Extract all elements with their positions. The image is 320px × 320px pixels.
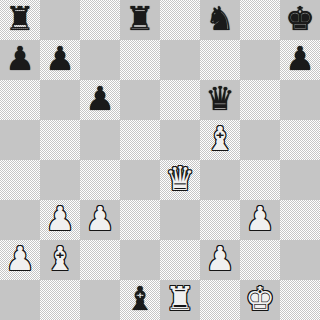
square-b5[interactable]: [40, 120, 80, 160]
black-knight-piece[interactable]: ♞: [205, 0, 235, 39]
white-pawn-piece[interactable]: ♟: [205, 240, 235, 279]
white-pawn-piece[interactable]: ♟: [245, 200, 275, 239]
white-pawn-piece[interactable]: ♟: [5, 240, 35, 279]
black-king-piece[interactable]: ♚: [285, 0, 315, 39]
square-h7[interactable]: ♟: [280, 40, 320, 80]
square-c6[interactable]: ♟: [80, 80, 120, 120]
square-f7[interactable]: [200, 40, 240, 80]
black-pawn-piece[interactable]: ♟: [285, 40, 315, 79]
square-a4[interactable]: [0, 160, 40, 200]
square-a2[interactable]: ♟: [0, 240, 40, 280]
square-e3[interactable]: [160, 200, 200, 240]
square-h4[interactable]: [280, 160, 320, 200]
square-h3[interactable]: [280, 200, 320, 240]
square-f3[interactable]: [200, 200, 240, 240]
square-b1[interactable]: [40, 280, 80, 320]
white-pawn-piece[interactable]: ♟: [45, 200, 75, 239]
square-e7[interactable]: [160, 40, 200, 80]
square-f8[interactable]: ♞: [200, 0, 240, 40]
square-h1[interactable]: [280, 280, 320, 320]
square-e2[interactable]: [160, 240, 200, 280]
square-b2[interactable]: ♝: [40, 240, 80, 280]
black-rook-piece[interactable]: ♜: [5, 0, 35, 39]
square-g7[interactable]: [240, 40, 280, 80]
square-a3[interactable]: [0, 200, 40, 240]
square-h6[interactable]: [280, 80, 320, 120]
square-e8[interactable]: [160, 0, 200, 40]
square-d6[interactable]: [120, 80, 160, 120]
square-b6[interactable]: [40, 80, 80, 120]
square-d5[interactable]: [120, 120, 160, 160]
square-f5[interactable]: ♝: [200, 120, 240, 160]
square-a8[interactable]: ♜: [0, 0, 40, 40]
square-c8[interactable]: [80, 0, 120, 40]
square-c3[interactable]: ♟: [80, 200, 120, 240]
square-g2[interactable]: [240, 240, 280, 280]
square-d7[interactable]: [120, 40, 160, 80]
square-a6[interactable]: [0, 80, 40, 120]
black-queen-piece[interactable]: ♛: [205, 80, 235, 119]
square-b3[interactable]: ♟: [40, 200, 80, 240]
square-e6[interactable]: [160, 80, 200, 120]
square-b4[interactable]: [40, 160, 80, 200]
square-d4[interactable]: [120, 160, 160, 200]
square-c5[interactable]: [80, 120, 120, 160]
square-e4[interactable]: ♛: [160, 160, 200, 200]
square-f6[interactable]: ♛: [200, 80, 240, 120]
square-h8[interactable]: ♚: [280, 0, 320, 40]
white-bishop-piece[interactable]: ♝: [45, 240, 75, 279]
square-g6[interactable]: [240, 80, 280, 120]
white-king-piece[interactable]: ♚: [245, 280, 275, 319]
square-g4[interactable]: [240, 160, 280, 200]
square-e1[interactable]: ♜: [160, 280, 200, 320]
white-rook-piece[interactable]: ♜: [165, 280, 195, 319]
square-f4[interactable]: [200, 160, 240, 200]
square-d3[interactable]: [120, 200, 160, 240]
black-pawn-piece[interactable]: ♟: [85, 80, 115, 119]
square-e5[interactable]: [160, 120, 200, 160]
square-d2[interactable]: [120, 240, 160, 280]
black-bishop-piece[interactable]: ♝: [125, 280, 155, 319]
square-g8[interactable]: [240, 0, 280, 40]
square-g3[interactable]: ♟: [240, 200, 280, 240]
square-a1[interactable]: [0, 280, 40, 320]
chessboard: ♜♜♞♚♟♟♟♟♛♝♛♟♟♟♟♝♟♝♜♚: [0, 0, 320, 320]
black-pawn-piece[interactable]: ♟: [5, 40, 35, 79]
square-c7[interactable]: [80, 40, 120, 80]
square-c2[interactable]: [80, 240, 120, 280]
white-bishop-piece[interactable]: ♝: [205, 120, 235, 159]
square-g1[interactable]: ♚: [240, 280, 280, 320]
square-c4[interactable]: [80, 160, 120, 200]
white-queen-piece[interactable]: ♛: [165, 160, 195, 199]
black-pawn-piece[interactable]: ♟: [45, 40, 75, 79]
square-b8[interactable]: [40, 0, 80, 40]
square-h2[interactable]: [280, 240, 320, 280]
square-g5[interactable]: [240, 120, 280, 160]
square-h5[interactable]: [280, 120, 320, 160]
square-a7[interactable]: ♟: [0, 40, 40, 80]
black-rook-piece[interactable]: ♜: [125, 0, 155, 39]
square-b7[interactable]: ♟: [40, 40, 80, 80]
white-pawn-piece[interactable]: ♟: [85, 200, 115, 239]
square-d8[interactable]: ♜: [120, 0, 160, 40]
square-d1[interactable]: ♝: [120, 280, 160, 320]
square-f2[interactable]: ♟: [200, 240, 240, 280]
square-a5[interactable]: [0, 120, 40, 160]
square-f1[interactable]: [200, 280, 240, 320]
square-c1[interactable]: [80, 280, 120, 320]
